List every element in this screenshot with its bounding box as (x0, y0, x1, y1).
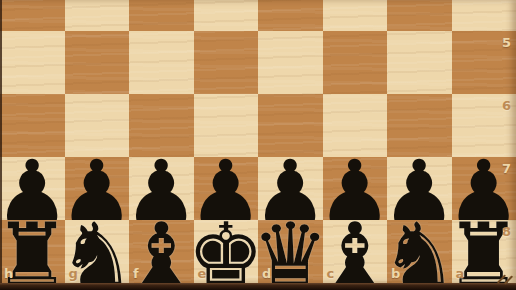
square-c4[interactable] (323, 0, 388, 31)
square-g4[interactable] (65, 0, 130, 31)
square-d4[interactable] (258, 0, 323, 31)
file-label-f: f (133, 266, 139, 281)
square-b5[interactable] (387, 31, 452, 94)
square-c8[interactable]: ♝c (323, 220, 388, 283)
square-a4[interactable] (452, 0, 516, 31)
file-label-h: h (4, 266, 13, 281)
square-g5[interactable] (65, 31, 130, 94)
square-f5[interactable] (129, 31, 194, 94)
square-e8[interactable]: ♚e (194, 220, 259, 283)
board-bottom-border (0, 283, 516, 290)
square-c5[interactable] (323, 31, 388, 94)
square-h4[interactable] (0, 0, 65, 31)
rank-label-7: 7 (502, 161, 511, 176)
square-e5[interactable] (194, 31, 259, 94)
file-label-g: g (69, 266, 78, 281)
file-label-d: d (262, 266, 271, 281)
board-left-edge (0, 0, 2, 283)
square-b8[interactable]: ♞b (387, 220, 452, 283)
rank-label-5: 5 (502, 35, 511, 50)
rank-label-6: 6 (502, 98, 511, 113)
rank-label-8: 8 (502, 224, 511, 239)
square-e4[interactable] (194, 0, 259, 31)
square-d8[interactable]: ♛d (258, 220, 323, 283)
file-label-a: a (456, 266, 465, 281)
chess-board: 56♟♟♟♟♟♟♟♟7♜h♞g♝f♚e♛d♝c♞b♜8a (0, 0, 516, 283)
file-label-b: b (391, 266, 400, 281)
square-h8[interactable]: ♜h (0, 220, 65, 283)
chess-app-window: 56♟♟♟♟♟♟♟♟7♜h♞g♝f♚e♛d♝c♞b♜8a (0, 0, 516, 290)
square-b4[interactable] (387, 0, 452, 31)
square-f8[interactable]: ♝f (129, 220, 194, 283)
square-g8[interactable]: ♞g (65, 220, 130, 283)
file-label-c: c (327, 266, 335, 281)
square-a8[interactable]: ♜8a (452, 220, 516, 283)
square-d5[interactable] (258, 31, 323, 94)
square-a5[interactable]: 5 (452, 31, 516, 94)
file-label-e: e (198, 266, 207, 281)
square-f4[interactable] (129, 0, 194, 31)
square-h5[interactable] (0, 31, 65, 94)
